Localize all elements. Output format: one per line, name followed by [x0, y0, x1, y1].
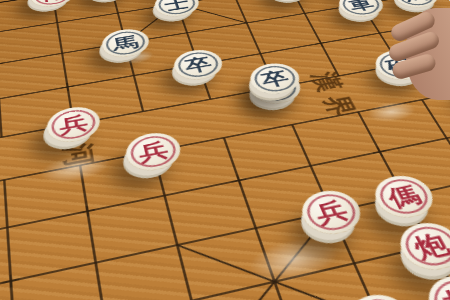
piece-character: 兵: [310, 194, 353, 230]
piece-character: 炮: [407, 227, 450, 266]
piece-character: 兵: [136, 136, 172, 167]
piece-character: 相: [436, 280, 450, 300]
piece-character: 俥: [40, 0, 66, 5]
piece-character: 傌: [382, 179, 426, 214]
piece-character: 兵: [58, 110, 90, 139]
piece-character: 卒: [182, 52, 215, 77]
piece-character: 馬: [111, 31, 141, 54]
player-hand: [380, 0, 450, 104]
piece-character: 車: [345, 0, 378, 15]
piece-character: 卒: [258, 66, 293, 92]
photo-scene: 楚河 漢界 俥士將象士砲車馬車馬卒炮兵卒砲兵卒兵傌炮仕帥仕相傌俥卒: [0, 0, 450, 300]
piece-character: 士: [162, 0, 191, 14]
